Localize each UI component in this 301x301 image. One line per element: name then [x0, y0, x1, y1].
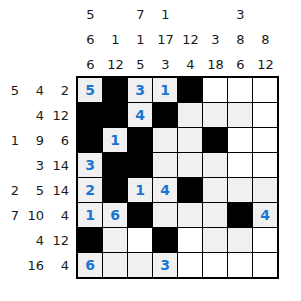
top-clue-col6-row1 [203, 2, 228, 27]
left-clue-row5-col1: 2 [0, 178, 25, 203]
cell-r2c8[interactable] [253, 103, 277, 127]
cell-r8c3[interactable] [128, 253, 152, 277]
top-clue-col3-row2: 1 [128, 27, 153, 52]
left-clue-row3-col1: 1 [0, 128, 25, 153]
cell-r8c5[interactable] [178, 253, 202, 277]
entered-digit: 1 [110, 133, 120, 147]
cell-r3c5[interactable] [178, 128, 202, 152]
cell-r7c4[interactable] [153, 228, 177, 252]
top-clue-col2-row2: 1 [103, 27, 128, 52]
left-clue-row4-col2: 3 [25, 153, 50, 178]
left-clue-row8-col2: 16 [25, 253, 50, 278]
cell-r1c2[interactable] [103, 78, 127, 102]
puzzle-board: 53141321416463 [76, 76, 279, 279]
entered-digit: 4 [160, 183, 170, 197]
left-clue-row4-col3: 14 [50, 153, 75, 178]
cell-r2c6[interactable] [203, 103, 227, 127]
left-clue-row6-col2: 10 [25, 203, 50, 228]
top-clue-col6-row2: 3 [203, 27, 228, 52]
cell-r1c3[interactable]: 3 [128, 78, 152, 102]
top-clue-col4-row3: 3 [153, 52, 178, 77]
left-clue-row7-col3: 12 [50, 228, 75, 253]
cell-r4c3[interactable] [128, 153, 152, 177]
left-clue-row2-col1 [0, 103, 25, 128]
cell-r6c5[interactable] [178, 203, 202, 227]
entered-digit: 4 [260, 208, 270, 222]
cell-r7c6[interactable] [203, 228, 227, 252]
cell-r8c1[interactable]: 6 [78, 253, 102, 277]
left-clue-row1-col2: 4 [25, 78, 50, 103]
cell-r4c1[interactable]: 3 [78, 153, 102, 177]
entered-digit: 1 [85, 208, 95, 222]
left-clues-area: 54241219631425147104412164 [0, 78, 75, 278]
cell-r6c1[interactable]: 1 [78, 203, 102, 227]
entered-digit: 3 [85, 158, 95, 172]
cell-r7c1[interactable] [78, 228, 102, 252]
cell-r1c5[interactable] [178, 78, 202, 102]
top-clue-col7-row3: 6 [228, 52, 253, 77]
cell-r7c7[interactable] [228, 228, 252, 252]
cell-r4c2[interactable] [103, 153, 127, 177]
top-clue-col4-row1: 1 [153, 2, 178, 27]
cell-r1c6[interactable] [203, 78, 227, 102]
left-clue-row1-col3: 2 [50, 78, 75, 103]
left-clue-row1-col1: 5 [0, 78, 25, 103]
cell-r4c4[interactable] [153, 153, 177, 177]
entered-digit: 3 [135, 83, 145, 97]
entered-digit: 3 [160, 258, 170, 272]
left-clue-row6-col3: 4 [50, 203, 75, 228]
top-clue-col8-row2: 8 [253, 27, 278, 52]
entered-digit: 1 [135, 183, 145, 197]
cell-r3c7[interactable] [228, 128, 252, 152]
left-clue-row2-col2: 4 [25, 103, 50, 128]
cell-r5c2[interactable] [103, 178, 127, 202]
top-clue-col5-row3: 4 [178, 52, 203, 77]
cell-r4c6[interactable] [203, 153, 227, 177]
left-clue-row3-col3: 6 [50, 128, 75, 153]
top-clue-col4-row2: 17 [153, 27, 178, 52]
entered-digit: 2 [85, 183, 95, 197]
cell-r2c2[interactable] [103, 103, 127, 127]
entered-digit: 1 [160, 83, 170, 97]
cell-r2c7[interactable] [228, 103, 252, 127]
top-clue-col7-row1: 3 [228, 2, 253, 27]
top-clue-col1-row2: 6 [78, 27, 103, 52]
top-clues-area: 5713611171238861253418612 [78, 2, 278, 77]
cell-r8c7[interactable] [228, 253, 252, 277]
cell-r7c5[interactable] [178, 228, 202, 252]
cell-r8c2[interactable] [103, 253, 127, 277]
cell-r3c8[interactable] [253, 128, 277, 152]
cell-r3c1[interactable] [78, 128, 102, 152]
top-clue-col3-row3: 5 [128, 52, 153, 77]
top-clue-col3-row1: 7 [128, 2, 153, 27]
cell-r6c3[interactable] [128, 203, 152, 227]
entered-digit: 5 [85, 83, 95, 97]
cell-r1c8[interactable] [253, 78, 277, 102]
cell-r3c2[interactable]: 1 [103, 128, 127, 152]
cell-r5c7[interactable] [228, 178, 252, 202]
cell-r2c4[interactable] [153, 103, 177, 127]
cell-r8c8[interactable] [253, 253, 277, 277]
cell-r5c4[interactable]: 4 [153, 178, 177, 202]
cell-r6c6[interactable] [203, 203, 227, 227]
entered-digit: 6 [110, 208, 120, 222]
cell-r4c8[interactable] [253, 153, 277, 177]
top-clue-col8-row1 [253, 2, 278, 27]
cell-r2c5[interactable] [178, 103, 202, 127]
top-clue-col1-row1: 5 [78, 2, 103, 27]
cell-r5c3[interactable]: 1 [128, 178, 152, 202]
left-clue-row7-col2: 4 [25, 228, 50, 253]
cell-r8c6[interactable] [203, 253, 227, 277]
puzzle-stage: 5713611171238861253418612 54241219631425… [0, 0, 301, 301]
cell-r3c3[interactable] [128, 128, 152, 152]
cell-r5c1[interactable]: 2 [78, 178, 102, 202]
left-clue-row3-col2: 9 [25, 128, 50, 153]
cell-r7c2[interactable] [103, 228, 127, 252]
left-clue-row8-col1 [0, 253, 25, 278]
cell-r6c8[interactable]: 4 [253, 203, 277, 227]
cell-r2c3[interactable]: 4 [128, 103, 152, 127]
entered-digit: 4 [135, 108, 145, 122]
left-clue-row4-col1 [0, 153, 25, 178]
cell-r6c2[interactable]: 6 [103, 203, 127, 227]
top-clue-col6-row3: 18 [203, 52, 228, 77]
left-clue-row8-col3: 4 [50, 253, 75, 278]
cell-r4c7[interactable] [228, 153, 252, 177]
cell-r7c3[interactable] [128, 228, 152, 252]
cell-r1c1[interactable]: 5 [78, 78, 102, 102]
cell-r6c7[interactable] [228, 203, 252, 227]
entered-digit: 6 [85, 258, 95, 272]
cell-r3c6[interactable] [203, 128, 227, 152]
left-clue-row5-col3: 14 [50, 178, 75, 203]
cell-r5c5[interactable] [178, 178, 202, 202]
top-clue-col5-row1 [178, 2, 203, 27]
cell-r5c8[interactable] [253, 178, 277, 202]
top-clue-col7-row2: 8 [228, 27, 253, 52]
top-clue-col8-row3: 12 [253, 52, 278, 77]
cell-r1c4[interactable]: 1 [153, 78, 177, 102]
left-clue-row5-col2: 5 [25, 178, 50, 203]
top-clue-col1-row3: 6 [78, 52, 103, 77]
left-clue-row6-col1: 7 [0, 203, 25, 228]
cell-r2c1[interactable] [78, 103, 102, 127]
cell-r7c8[interactable] [253, 228, 277, 252]
top-clue-col2-row3: 12 [103, 52, 128, 77]
cell-r1c7[interactable] [228, 78, 252, 102]
left-clue-row7-col1 [0, 228, 25, 253]
top-clue-col5-row2: 12 [178, 27, 203, 52]
cell-r4c5[interactable] [178, 153, 202, 177]
top-clue-col2-row1 [103, 2, 128, 27]
cell-r8c4[interactable]: 3 [153, 253, 177, 277]
left-clue-row2-col3: 12 [50, 103, 75, 128]
cell-r6c4[interactable] [153, 203, 177, 227]
cell-r5c6[interactable] [203, 178, 227, 202]
cell-r3c4[interactable] [153, 128, 177, 152]
